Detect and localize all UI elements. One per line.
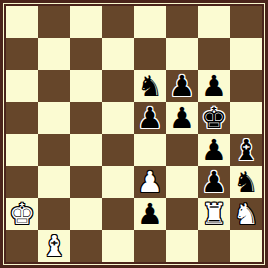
square-b7[interactable] xyxy=(38,38,70,70)
piece-white-rook-g2[interactable]: ♜ xyxy=(201,198,227,230)
piece-black-pawn-g3[interactable]: ♟ xyxy=(201,166,227,198)
square-c2[interactable] xyxy=(70,198,102,230)
square-b4[interactable] xyxy=(38,134,70,166)
square-g8[interactable] xyxy=(198,6,230,38)
square-f3[interactable] xyxy=(166,166,198,198)
square-c1[interactable] xyxy=(70,230,102,262)
square-d8[interactable] xyxy=(102,6,134,38)
piece-black-pawn-e5[interactable]: ♟ xyxy=(137,102,163,134)
square-e5[interactable]: ♟ xyxy=(134,102,166,134)
square-c5[interactable] xyxy=(70,102,102,134)
square-g4[interactable]: ♟ xyxy=(198,134,230,166)
piece-white-pawn-e3[interactable]: ♟ xyxy=(137,166,163,198)
square-a8[interactable] xyxy=(6,6,38,38)
square-d1[interactable] xyxy=(102,230,134,262)
square-h1[interactable] xyxy=(230,230,262,262)
square-g3[interactable]: ♟ xyxy=(198,166,230,198)
square-d6[interactable] xyxy=(102,70,134,102)
square-d4[interactable] xyxy=(102,134,134,166)
piece-black-knight-e6[interactable]: ♞ xyxy=(137,70,163,102)
square-a1[interactable] xyxy=(6,230,38,262)
square-d7[interactable] xyxy=(102,38,134,70)
square-d5[interactable] xyxy=(102,102,134,134)
square-f7[interactable] xyxy=(166,38,198,70)
piece-white-bishop-b1[interactable]: ♝ xyxy=(41,230,67,262)
square-h8[interactable] xyxy=(230,6,262,38)
square-e2[interactable]: ♟ xyxy=(134,198,166,230)
square-d2[interactable] xyxy=(102,198,134,230)
chess-board: ♞♟♟♟♟♚♟♝♟♟♞♚♟♜♞♝ xyxy=(6,6,262,262)
square-e6[interactable]: ♞ xyxy=(134,70,166,102)
chess-board-frame: ♞♟♟♟♟♚♟♝♟♟♞♚♟♜♞♝ xyxy=(0,0,268,268)
square-c7[interactable] xyxy=(70,38,102,70)
square-c3[interactable] xyxy=(70,166,102,198)
square-e3[interactable]: ♟ xyxy=(134,166,166,198)
square-h4[interactable]: ♝ xyxy=(230,134,262,166)
square-f8[interactable] xyxy=(166,6,198,38)
square-g6[interactable]: ♟ xyxy=(198,70,230,102)
square-a7[interactable] xyxy=(6,38,38,70)
square-b1[interactable]: ♝ xyxy=(38,230,70,262)
square-c8[interactable] xyxy=(70,6,102,38)
square-b2[interactable] xyxy=(38,198,70,230)
piece-black-pawn-f5[interactable]: ♟ xyxy=(169,102,195,134)
piece-black-pawn-g6[interactable]: ♟ xyxy=(201,70,227,102)
square-a2[interactable]: ♚ xyxy=(6,198,38,230)
square-f4[interactable] xyxy=(166,134,198,166)
square-e8[interactable] xyxy=(134,6,166,38)
square-f1[interactable] xyxy=(166,230,198,262)
square-d3[interactable] xyxy=(102,166,134,198)
piece-black-pawn-g4[interactable]: ♟ xyxy=(201,134,227,166)
piece-black-king-g5[interactable]: ♚ xyxy=(201,102,227,134)
square-g2[interactable]: ♜ xyxy=(198,198,230,230)
square-b3[interactable] xyxy=(38,166,70,198)
piece-black-pawn-f6[interactable]: ♟ xyxy=(169,70,195,102)
square-a3[interactable] xyxy=(6,166,38,198)
square-a5[interactable] xyxy=(6,102,38,134)
square-c6[interactable] xyxy=(70,70,102,102)
square-e1[interactable] xyxy=(134,230,166,262)
square-h3[interactable]: ♞ xyxy=(230,166,262,198)
piece-black-pawn-e2[interactable]: ♟ xyxy=(137,198,163,230)
square-f5[interactable]: ♟ xyxy=(166,102,198,134)
square-f6[interactable]: ♟ xyxy=(166,70,198,102)
square-b8[interactable] xyxy=(38,6,70,38)
square-b5[interactable] xyxy=(38,102,70,134)
square-e4[interactable] xyxy=(134,134,166,166)
square-a4[interactable] xyxy=(6,134,38,166)
piece-black-bishop-h4[interactable]: ♝ xyxy=(233,134,259,166)
piece-white-king-a2[interactable]: ♚ xyxy=(9,198,35,230)
square-g7[interactable] xyxy=(198,38,230,70)
square-c4[interactable] xyxy=(70,134,102,166)
square-g5[interactable]: ♚ xyxy=(198,102,230,134)
square-e7[interactable] xyxy=(134,38,166,70)
square-g1[interactable] xyxy=(198,230,230,262)
square-h5[interactable] xyxy=(230,102,262,134)
square-a6[interactable] xyxy=(6,70,38,102)
square-f2[interactable] xyxy=(166,198,198,230)
piece-black-knight-h3[interactable]: ♞ xyxy=(233,166,259,198)
square-h7[interactable] xyxy=(230,38,262,70)
square-h6[interactable] xyxy=(230,70,262,102)
piece-white-knight-h2[interactable]: ♞ xyxy=(233,198,259,230)
square-b6[interactable] xyxy=(38,70,70,102)
square-h2[interactable]: ♞ xyxy=(230,198,262,230)
